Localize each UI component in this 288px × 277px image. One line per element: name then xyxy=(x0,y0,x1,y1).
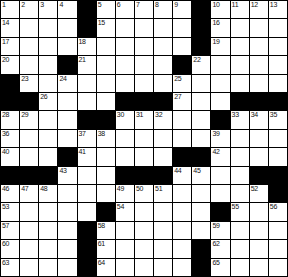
cell-r7c1[interactable]: 28 xyxy=(1,111,19,128)
cell-r1c7[interactable]: 6 xyxy=(116,1,134,18)
cell-r1c12[interactable]: 10 xyxy=(211,1,229,18)
clue-number: 26 xyxy=(40,93,47,101)
cell-r5c3[interactable] xyxy=(39,75,57,92)
cell-r7c14[interactable]: 34 xyxy=(250,111,268,128)
cell-r8c7[interactable] xyxy=(116,130,134,147)
block-r4c4 xyxy=(58,56,76,73)
cell-r2c9[interactable] xyxy=(154,19,172,36)
clue-number: 22 xyxy=(193,56,200,64)
block-r6c1 xyxy=(1,93,19,110)
cell-r14c4[interactable] xyxy=(58,240,76,257)
cell-r5c6[interactable] xyxy=(97,75,115,92)
cell-r7c2[interactable]: 29 xyxy=(20,111,38,128)
cell-r2c1[interactable]: 14 xyxy=(1,19,19,36)
cell-r6c5[interactable] xyxy=(78,93,96,110)
clue-number: 5 xyxy=(98,1,102,9)
cell-r2c4[interactable] xyxy=(58,19,76,36)
cell-r4c14[interactable] xyxy=(250,56,268,73)
clue-number: 59 xyxy=(212,222,219,230)
cell-r5c8[interactable] xyxy=(135,75,153,92)
clue-number: 20 xyxy=(2,56,9,64)
cell-r8c12[interactable]: 39 xyxy=(211,130,229,147)
clue-number: 19 xyxy=(212,38,219,46)
cell-r6c4[interactable] xyxy=(58,93,76,110)
block-r12c12 xyxy=(211,203,229,220)
block-r7c5 xyxy=(78,111,96,128)
cell-r13c1[interactable]: 57 xyxy=(1,222,19,239)
block-r3c11 xyxy=(192,38,210,55)
cell-r3c10[interactable] xyxy=(173,38,191,55)
cell-r11c10[interactable] xyxy=(173,185,191,202)
block-r14c11 xyxy=(192,240,210,257)
clue-number: 30 xyxy=(117,111,124,119)
cell-r14c15[interactable] xyxy=(269,240,287,257)
cell-r13c10[interactable] xyxy=(173,222,191,239)
cell-r9c8[interactable] xyxy=(135,148,153,165)
cell-r7c13[interactable]: 33 xyxy=(231,111,249,128)
cell-r7c7[interactable]: 30 xyxy=(116,111,134,128)
clue-number: 3 xyxy=(40,1,44,9)
cell-r3c15[interactable] xyxy=(269,38,287,55)
cell-r12c1[interactable]: 53 xyxy=(1,203,19,220)
cell-r4c2[interactable] xyxy=(20,56,38,73)
cell-r9c3[interactable] xyxy=(39,148,57,165)
cell-r5c13[interactable] xyxy=(231,75,249,92)
block-r15c11 xyxy=(192,259,210,276)
cell-r3c1[interactable]: 17 xyxy=(1,38,19,55)
cell-r15c10[interactable] xyxy=(173,259,191,276)
cell-r7c3[interactable] xyxy=(39,111,57,128)
cell-r11c1[interactable]: 46 xyxy=(1,185,19,202)
block-r9c4 xyxy=(58,148,76,165)
cell-r11c13[interactable] xyxy=(231,185,249,202)
clue-number: 40 xyxy=(2,148,9,156)
cell-r12c10[interactable] xyxy=(173,203,191,220)
cell-r10c13[interactable] xyxy=(231,167,249,184)
cell-r10c11[interactable]: 45 xyxy=(192,167,210,184)
cell-r6c10[interactable]: 27 xyxy=(173,93,191,110)
cell-r11c2[interactable]: 47 xyxy=(20,185,38,202)
block-r6c9 xyxy=(154,93,172,110)
clue-number: 25 xyxy=(174,75,181,83)
cell-r6c6[interactable] xyxy=(97,93,115,110)
cell-r4c5[interactable]: 21 xyxy=(78,56,96,73)
clue-number: 32 xyxy=(155,111,162,119)
clue-number: 47 xyxy=(21,185,28,193)
cell-r7c4[interactable] xyxy=(58,111,76,128)
cell-r8c14[interactable] xyxy=(250,130,268,147)
cell-r13c12[interactable]: 59 xyxy=(211,222,229,239)
cell-r6c12[interactable] xyxy=(211,93,229,110)
clue-number: 18 xyxy=(79,38,86,46)
cell-r4c11[interactable]: 22 xyxy=(192,56,210,73)
cell-r15c15[interactable] xyxy=(269,259,287,276)
cell-r5c11[interactable] xyxy=(192,75,210,92)
cell-r1c14[interactable]: 12 xyxy=(250,1,268,18)
block-r10c7 xyxy=(116,167,134,184)
clue-number: 12 xyxy=(251,1,258,9)
cell-r14c9[interactable] xyxy=(154,240,172,257)
clue-number: 58 xyxy=(98,222,105,230)
block-r6c7 xyxy=(116,93,134,110)
clue-number: 13 xyxy=(270,1,277,9)
cell-r10c10[interactable]: 44 xyxy=(173,167,191,184)
cell-r3c8[interactable] xyxy=(135,38,153,55)
block-r2c11 xyxy=(192,19,210,36)
cell-r11c8[interactable]: 50 xyxy=(135,185,153,202)
cell-r13c14[interactable] xyxy=(250,222,268,239)
cell-r8c1[interactable]: 36 xyxy=(1,130,19,147)
cell-r12c13[interactable]: 55 xyxy=(231,203,249,220)
cell-r8c4[interactable] xyxy=(58,130,76,147)
clue-number: 60 xyxy=(2,240,9,248)
cell-r8c5[interactable]: 37 xyxy=(78,130,96,147)
cell-r14c2[interactable] xyxy=(20,240,38,257)
cell-r13c2[interactable] xyxy=(20,222,38,239)
cell-r1c8[interactable]: 7 xyxy=(135,1,153,18)
cell-r3c6[interactable] xyxy=(97,38,115,55)
cell-r14c1[interactable]: 60 xyxy=(1,240,19,257)
cell-r15c2[interactable] xyxy=(20,259,38,276)
cell-r1c13[interactable]: 11 xyxy=(231,1,249,18)
cell-r13c15[interactable] xyxy=(269,222,287,239)
cell-r5c7[interactable] xyxy=(116,75,134,92)
cell-r2c14[interactable] xyxy=(250,19,268,36)
cell-r1c4[interactable]: 4 xyxy=(58,1,76,18)
clue-number: 2 xyxy=(21,1,25,9)
clue-number: 14 xyxy=(2,19,9,27)
clue-number: 21 xyxy=(79,56,86,64)
cell-r13c6[interactable]: 58 xyxy=(97,222,115,239)
cell-r9c5[interactable]: 41 xyxy=(78,148,96,165)
cell-r1c10[interactable]: 9 xyxy=(173,1,191,18)
clue-number: 62 xyxy=(212,240,219,248)
clue-number: 39 xyxy=(212,130,219,138)
cell-r14c12[interactable]: 62 xyxy=(211,240,229,257)
cell-r5c10[interactable]: 25 xyxy=(173,75,191,92)
cell-r11c3[interactable]: 48 xyxy=(39,185,57,202)
cell-r7c8[interactable]: 31 xyxy=(135,111,153,128)
cell-r4c6[interactable] xyxy=(97,56,115,73)
block-r7c12 xyxy=(211,111,229,128)
cell-r12c8[interactable] xyxy=(135,203,153,220)
cell-r11c7[interactable]: 49 xyxy=(116,185,134,202)
cell-r3c4[interactable] xyxy=(58,38,76,55)
cell-r15c3[interactable] xyxy=(39,259,57,276)
clue-number: 23 xyxy=(21,75,28,83)
cell-r14c7[interactable] xyxy=(116,240,134,257)
cell-r6c3[interactable]: 26 xyxy=(39,93,57,110)
cell-r2c7[interactable] xyxy=(116,19,134,36)
clue-number: 41 xyxy=(79,148,86,156)
clue-number: 10 xyxy=(212,1,219,9)
clue-number: 49 xyxy=(117,185,124,193)
cell-r3c12[interactable]: 19 xyxy=(211,38,229,55)
cell-r1c6[interactable]: 5 xyxy=(97,1,115,18)
clue-number: 63 xyxy=(2,259,9,267)
cell-r9c9[interactable] xyxy=(154,148,172,165)
block-r6c15 xyxy=(269,93,287,110)
cell-r11c5[interactable] xyxy=(78,185,96,202)
cell-r7c11[interactable] xyxy=(192,111,210,128)
cell-r5c14[interactable] xyxy=(250,75,268,92)
cell-r15c1[interactable]: 63 xyxy=(1,259,19,276)
cell-r3c5[interactable]: 18 xyxy=(78,38,96,55)
clue-number: 4 xyxy=(59,1,63,9)
cell-r14c14[interactable] xyxy=(250,240,268,257)
clue-number: 8 xyxy=(155,1,159,9)
cell-r15c7[interactable] xyxy=(116,259,134,276)
clue-number: 50 xyxy=(136,185,143,193)
clue-number: 31 xyxy=(136,111,143,119)
cell-r8c10[interactable] xyxy=(173,130,191,147)
cell-r15c9[interactable] xyxy=(154,259,172,276)
clue-number: 17 xyxy=(2,38,9,46)
cell-r10c12[interactable] xyxy=(211,167,229,184)
cell-r10c5[interactable] xyxy=(78,167,96,184)
crossword-grid: 1234567891011121314151617181920212223242… xyxy=(0,0,288,277)
cell-r12c3[interactable] xyxy=(39,203,57,220)
cell-r9c7[interactable] xyxy=(116,148,134,165)
cell-r5c12[interactable] xyxy=(211,75,229,92)
block-r9c11 xyxy=(192,148,210,165)
cell-r2c10[interactable] xyxy=(173,19,191,36)
clue-number: 55 xyxy=(232,203,239,211)
cell-r14c13[interactable] xyxy=(231,240,249,257)
cell-r9c14[interactable] xyxy=(250,148,268,165)
clue-number: 9 xyxy=(174,1,178,9)
cell-r3c3[interactable] xyxy=(39,38,57,55)
clue-number: 46 xyxy=(2,185,9,193)
cell-r3c7[interactable] xyxy=(116,38,134,55)
block-r7c6 xyxy=(97,111,115,128)
cell-r11c4[interactable] xyxy=(58,185,76,202)
cell-r4c12[interactable] xyxy=(211,56,229,73)
clue-number: 51 xyxy=(155,185,162,193)
clue-number: 57 xyxy=(2,222,9,230)
cell-r13c8[interactable] xyxy=(135,222,153,239)
cell-r6c11[interactable] xyxy=(192,93,210,110)
clue-number: 36 xyxy=(2,130,9,138)
clue-number: 42 xyxy=(212,148,219,156)
cell-r8c13[interactable] xyxy=(231,130,249,147)
cell-r8c8[interactable] xyxy=(135,130,153,147)
clue-number: 44 xyxy=(174,167,181,175)
cell-r4c15[interactable] xyxy=(269,56,287,73)
cell-r13c11[interactable] xyxy=(192,222,210,239)
clue-number: 61 xyxy=(98,240,105,248)
cell-r14c3[interactable] xyxy=(39,240,57,257)
cell-r1c3[interactable]: 3 xyxy=(39,1,57,18)
cell-r9c1[interactable]: 40 xyxy=(1,148,19,165)
block-r1c5 xyxy=(78,1,96,18)
block-r10c14 xyxy=(250,167,268,184)
cell-r15c8[interactable] xyxy=(135,259,153,276)
cell-r15c4[interactable] xyxy=(58,259,76,276)
cell-r2c13[interactable] xyxy=(231,19,249,36)
block-r6c13 xyxy=(231,93,249,110)
clue-number: 24 xyxy=(59,75,66,83)
clue-number: 28 xyxy=(2,111,9,119)
cell-r5c15[interactable] xyxy=(269,75,287,92)
cell-r12c11[interactable] xyxy=(192,203,210,220)
clue-number: 37 xyxy=(79,130,86,138)
cell-r8c6[interactable]: 38 xyxy=(97,130,115,147)
cell-r4c1[interactable]: 20 xyxy=(1,56,19,73)
cell-r15c6[interactable]: 64 xyxy=(97,259,115,276)
clue-number: 34 xyxy=(251,111,258,119)
clue-number: 38 xyxy=(98,130,105,138)
cell-r5c4[interactable]: 24 xyxy=(58,75,76,92)
cell-r11c14[interactable]: 52 xyxy=(250,185,268,202)
cell-r9c15[interactable] xyxy=(269,148,287,165)
block-r15c5 xyxy=(78,259,96,276)
cell-r13c4[interactable] xyxy=(58,222,76,239)
block-r10c2 xyxy=(20,167,38,184)
cell-r9c12[interactable]: 42 xyxy=(211,148,229,165)
clue-number: 6 xyxy=(117,1,121,9)
clue-number: 1 xyxy=(2,1,6,9)
cell-r10c4[interactable]: 43 xyxy=(58,167,76,184)
clue-number: 35 xyxy=(270,111,277,119)
cell-r14c6[interactable]: 61 xyxy=(97,240,115,257)
clue-number: 54 xyxy=(117,203,124,211)
cell-r7c9[interactable]: 32 xyxy=(154,111,172,128)
block-r6c8 xyxy=(135,93,153,110)
cell-r2c6[interactable]: 15 xyxy=(97,19,115,36)
cell-r4c3[interactable] xyxy=(39,56,57,73)
block-r10c8 xyxy=(135,167,153,184)
cell-r8c3[interactable] xyxy=(39,130,57,147)
clue-number: 29 xyxy=(21,111,28,119)
clue-number: 7 xyxy=(136,1,140,9)
clue-number: 52 xyxy=(251,185,258,193)
cell-r14c8[interactable] xyxy=(135,240,153,257)
block-r5c1 xyxy=(1,75,19,92)
clue-number: 53 xyxy=(2,203,9,211)
cell-r10c6[interactable] xyxy=(97,167,115,184)
cell-r14c10[interactable] xyxy=(173,240,191,257)
clue-number: 65 xyxy=(212,259,219,267)
cell-r2c8[interactable] xyxy=(135,19,153,36)
cell-r4c8[interactable] xyxy=(135,56,153,73)
block-r6c2 xyxy=(20,93,38,110)
block-r4c10 xyxy=(173,56,191,73)
cell-r5c2[interactable]: 23 xyxy=(20,75,38,92)
cell-r9c2[interactable] xyxy=(20,148,38,165)
cell-r5c5[interactable] xyxy=(78,75,96,92)
block-r14c5 xyxy=(78,240,96,257)
cell-r12c4[interactable] xyxy=(58,203,76,220)
cell-r8c9[interactable] xyxy=(154,130,172,147)
cell-r13c13[interactable] xyxy=(231,222,249,239)
cell-r1c1[interactable]: 1 xyxy=(1,1,19,18)
clue-number: 16 xyxy=(212,19,219,27)
cell-r2c3[interactable] xyxy=(39,19,57,36)
cell-r2c12[interactable]: 16 xyxy=(211,19,229,36)
cell-r3c9[interactable] xyxy=(154,38,172,55)
cell-r12c7[interactable]: 54 xyxy=(116,203,134,220)
cell-r13c7[interactable] xyxy=(116,222,134,239)
cell-r3c2[interactable] xyxy=(20,38,38,55)
cell-r11c12[interactable] xyxy=(211,185,229,202)
clue-number: 64 xyxy=(98,259,105,267)
cell-r8c11[interactable] xyxy=(192,130,210,147)
cell-r12c9[interactable] xyxy=(154,203,172,220)
cell-r7c15[interactable]: 35 xyxy=(269,111,287,128)
cell-r9c6[interactable] xyxy=(97,148,115,165)
cell-r7c10[interactable] xyxy=(173,111,191,128)
cell-r8c15[interactable] xyxy=(269,130,287,147)
block-r13c5 xyxy=(78,222,96,239)
cell-r11c11[interactable] xyxy=(192,185,210,202)
cell-r4c7[interactable] xyxy=(116,56,134,73)
block-r11c15 xyxy=(269,185,287,202)
cell-r2c15[interactable] xyxy=(269,19,287,36)
block-r10c3 xyxy=(39,167,57,184)
cell-r11c6[interactable] xyxy=(97,185,115,202)
clue-number: 43 xyxy=(59,167,66,175)
cell-r13c9[interactable] xyxy=(154,222,172,239)
clue-number: 11 xyxy=(232,1,239,9)
block-r10c1 xyxy=(1,167,19,184)
cell-r8c2[interactable] xyxy=(20,130,38,147)
cell-r12c2[interactable] xyxy=(20,203,38,220)
cell-r12c14[interactable] xyxy=(250,203,268,220)
clue-number: 27 xyxy=(174,93,181,101)
block-r10c9 xyxy=(154,167,172,184)
block-r1c11 xyxy=(192,1,210,18)
cell-r12c5[interactable] xyxy=(78,203,96,220)
clue-number: 56 xyxy=(270,203,277,211)
cell-r4c9[interactable] xyxy=(154,56,172,73)
clue-number: 15 xyxy=(98,19,105,27)
cell-r3c13[interactable] xyxy=(231,38,249,55)
block-r9c10 xyxy=(173,148,191,165)
block-r6c14 xyxy=(250,93,268,110)
cell-r12c15[interactable]: 56 xyxy=(269,203,287,220)
cell-r15c12[interactable]: 65 xyxy=(211,259,229,276)
cell-r5c9[interactable] xyxy=(154,75,172,92)
cell-r11c9[interactable]: 51 xyxy=(154,185,172,202)
cell-r1c15[interactable]: 13 xyxy=(269,1,287,18)
cell-r15c13[interactable] xyxy=(231,259,249,276)
block-r2c5 xyxy=(78,19,96,36)
cell-r4c13[interactable] xyxy=(231,56,249,73)
cell-r3c14[interactable] xyxy=(250,38,268,55)
cell-r1c9[interactable]: 8 xyxy=(154,1,172,18)
block-r12c6 xyxy=(97,203,115,220)
cell-r9c13[interactable] xyxy=(231,148,249,165)
clue-number: 45 xyxy=(193,167,200,175)
cell-r13c3[interactable] xyxy=(39,222,57,239)
block-r10c15 xyxy=(269,167,287,184)
cell-r2c2[interactable] xyxy=(20,19,38,36)
clue-number: 33 xyxy=(232,111,239,119)
cell-r15c14[interactable] xyxy=(250,259,268,276)
cell-r1c2[interactable]: 2 xyxy=(20,1,38,18)
clue-number: 48 xyxy=(40,185,47,193)
